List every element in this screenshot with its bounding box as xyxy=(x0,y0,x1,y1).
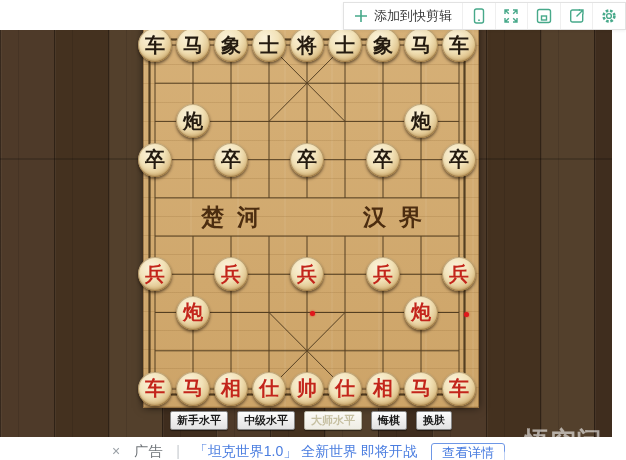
piece-red-炮[interactable]: 炮 xyxy=(176,296,210,330)
ad-details-button[interactable]: 查看详情 xyxy=(431,443,505,460)
add-to-clips-label: 添加到快剪辑 xyxy=(374,7,452,25)
phone-icon[interactable] xyxy=(462,3,495,29)
fullscreen-icon[interactable] xyxy=(495,3,528,29)
share-icon[interactable] xyxy=(560,3,593,29)
river-label-right: 汉界 xyxy=(363,202,435,233)
piece-red-车[interactable]: 车 xyxy=(442,372,476,406)
piece-red-相[interactable]: 相 xyxy=(366,372,400,406)
add-to-clips-button[interactable]: 添加到快剪辑 xyxy=(344,3,462,29)
piece-black-卒[interactable]: 卒 xyxy=(214,143,248,177)
screenshot-toolbar: 添加到快剪辑 xyxy=(343,2,626,30)
river-label-left: 楚河 xyxy=(201,202,273,233)
piece-red-车[interactable]: 车 xyxy=(138,372,172,406)
ad-text[interactable]: 「坦克世界1.0」 全新世界 即将开战 xyxy=(194,443,417,459)
piece-red-马[interactable]: 马 xyxy=(176,372,210,406)
piece-red-炮[interactable]: 炮 xyxy=(404,296,438,330)
settings-icon[interactable] xyxy=(592,3,625,29)
piece-black-卒[interactable]: 卒 xyxy=(290,143,324,177)
ad-close-icon[interactable]: × xyxy=(112,443,120,459)
undo-move-button[interactable]: 悔棋 xyxy=(371,411,407,430)
level-beginner-button[interactable]: 新手水平 xyxy=(170,411,228,430)
ad-separator: | xyxy=(176,443,180,459)
red-dot-marker xyxy=(464,312,469,317)
game-controls: 新手水平 中级水平 大师水平 悔棋 换肤 xyxy=(143,411,479,430)
piece-black-卒[interactable]: 卒 xyxy=(442,143,476,177)
wood-background: 楚河 汉界 车马象士将士象马车炮炮卒卒卒卒卒兵兵兵兵兵炮炮车马相仕帅仕相马车 新… xyxy=(0,30,612,437)
change-skin-button[interactable]: 换肤 xyxy=(416,411,452,430)
ad-bar: × 广告 | 「坦克世界1.0」 全新世界 即将开战 查看详情 xyxy=(0,437,626,460)
level-master-button[interactable]: 大师水平 xyxy=(304,411,362,430)
ad-label: 广告 xyxy=(134,443,162,459)
piece-black-卒[interactable]: 卒 xyxy=(366,143,400,177)
board[interactable]: 楚河 汉界 车马象士将士象马车炮炮卒卒卒卒卒兵兵兵兵兵炮炮车马相仕帅仕相马车 xyxy=(143,30,479,408)
save-icon[interactable] xyxy=(527,3,560,29)
piece-red-马[interactable]: 马 xyxy=(404,372,438,406)
piece-red-相[interactable]: 相 xyxy=(214,372,248,406)
piece-red-仕[interactable]: 仕 xyxy=(252,372,286,406)
plus-icon xyxy=(354,9,368,23)
piece-red-帅[interactable]: 帅 xyxy=(290,372,324,406)
red-dot-marker xyxy=(310,311,315,316)
piece-black-卒[interactable]: 卒 xyxy=(138,143,172,177)
river: 楚河 汉界 xyxy=(143,198,479,236)
level-intermediate-button[interactable]: 中级水平 xyxy=(237,411,295,430)
piece-red-仕[interactable]: 仕 xyxy=(328,372,362,406)
